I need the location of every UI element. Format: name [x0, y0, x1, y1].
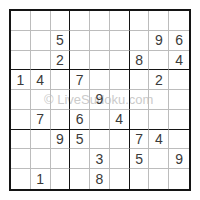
cell-r8c4[interactable]	[70, 149, 90, 169]
cell-r8c8[interactable]	[149, 149, 169, 169]
cell-r3c1[interactable]	[11, 51, 31, 71]
cell-r1c3[interactable]	[51, 11, 71, 31]
cell-r4c3[interactable]	[51, 70, 71, 90]
cell-r2c3[interactable]: 5	[51, 31, 71, 51]
cell-r5c3[interactable]	[51, 90, 71, 110]
cell-r9c1[interactable]	[11, 169, 31, 189]
cell-r7c4[interactable]: 5	[70, 130, 90, 150]
cell-r2c8[interactable]: 9	[149, 31, 169, 51]
cell-r2c6[interactable]	[110, 31, 130, 51]
cell-r7c2[interactable]	[31, 130, 51, 150]
cell-r6c2[interactable]: 7	[31, 110, 51, 130]
cell-r9c8[interactable]	[149, 169, 169, 189]
cell-r5c7[interactable]	[130, 90, 150, 110]
cell-r1c9[interactable]	[169, 11, 189, 31]
cell-r5c5[interactable]: 9	[90, 90, 110, 110]
cell-r2c5[interactable]	[90, 31, 110, 51]
cell-r5c4[interactable]	[70, 90, 90, 110]
cell-r3c4[interactable]	[70, 51, 90, 71]
cell-r2c1[interactable]	[11, 31, 31, 51]
cell-r8c9[interactable]: 9	[169, 149, 189, 169]
cell-r6c8[interactable]	[149, 110, 169, 130]
cell-r8c7[interactable]: 5	[130, 149, 150, 169]
cell-r6c7[interactable]	[130, 110, 150, 130]
cell-r2c2[interactable]	[31, 31, 51, 51]
cell-r4c6[interactable]	[110, 70, 130, 90]
cell-r9c9[interactable]	[169, 169, 189, 189]
cell-r4c8[interactable]: 2	[149, 70, 169, 90]
cell-r7c5[interactable]	[90, 130, 110, 150]
cell-r3c5[interactable]	[90, 51, 110, 71]
cell-r8c6[interactable]	[110, 149, 130, 169]
cell-r9c5[interactable]: 8	[90, 169, 110, 189]
cell-r9c2[interactable]: 1	[31, 169, 51, 189]
cell-r5c1[interactable]	[11, 90, 31, 110]
cell-r1c4[interactable]	[70, 11, 90, 31]
cell-r6c4[interactable]: 6	[70, 110, 90, 130]
cell-r8c5[interactable]: 3	[90, 149, 110, 169]
cell-r7c9[interactable]	[169, 130, 189, 150]
cell-r5c6[interactable]	[110, 90, 130, 110]
cell-r1c1[interactable]	[11, 11, 31, 31]
cell-r6c1[interactable]	[11, 110, 31, 130]
cell-r3c9[interactable]: 4	[169, 51, 189, 71]
cell-r6c9[interactable]	[169, 110, 189, 130]
cell-r8c2[interactable]	[31, 149, 51, 169]
cell-r4c4[interactable]: 7	[70, 70, 90, 90]
cell-r9c4[interactable]	[70, 169, 90, 189]
cell-r2c4[interactable]	[70, 31, 90, 51]
sudoku-app: © LiveSudoku.com 59628414729764957435918	[0, 0, 200, 200]
sudoku-grid: 59628414729764957435918	[9, 9, 191, 191]
cell-r9c7[interactable]	[130, 169, 150, 189]
cell-r7c7[interactable]: 7	[130, 130, 150, 150]
cell-r4c9[interactable]	[169, 70, 189, 90]
cell-r3c3[interactable]: 2	[51, 51, 71, 71]
cell-r8c1[interactable]	[11, 149, 31, 169]
cell-r9c3[interactable]	[51, 169, 71, 189]
cell-r3c8[interactable]	[149, 51, 169, 71]
cell-r1c7[interactable]	[130, 11, 150, 31]
cell-r4c5[interactable]	[90, 70, 110, 90]
cell-r1c2[interactable]	[31, 11, 51, 31]
cell-r4c1[interactable]: 1	[11, 70, 31, 90]
cell-r5c9[interactable]	[169, 90, 189, 110]
cell-r3c6[interactable]	[110, 51, 130, 71]
cell-r4c7[interactable]	[130, 70, 150, 90]
cell-r1c8[interactable]	[149, 11, 169, 31]
cell-r6c6[interactable]: 4	[110, 110, 130, 130]
cell-r8c3[interactable]	[51, 149, 71, 169]
cell-r2c9[interactable]: 6	[169, 31, 189, 51]
cell-r7c1[interactable]	[11, 130, 31, 150]
cell-r7c3[interactable]: 9	[51, 130, 71, 150]
cell-r5c2[interactable]	[31, 90, 51, 110]
cell-r3c7[interactable]: 8	[130, 51, 150, 71]
cell-r1c5[interactable]	[90, 11, 110, 31]
cell-r5c8[interactable]	[149, 90, 169, 110]
cell-r3c2[interactable]	[31, 51, 51, 71]
cell-r1c6[interactable]	[110, 11, 130, 31]
cell-r9c6[interactable]	[110, 169, 130, 189]
cell-r7c8[interactable]: 4	[149, 130, 169, 150]
cell-r6c5[interactable]	[90, 110, 110, 130]
cell-r7c6[interactable]	[110, 130, 130, 150]
cell-r6c3[interactable]	[51, 110, 71, 130]
cell-r4c2[interactable]: 4	[31, 70, 51, 90]
cell-r2c7[interactable]	[130, 31, 150, 51]
